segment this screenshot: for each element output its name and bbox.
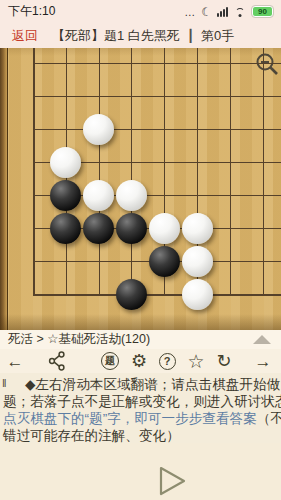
breadcrumb[interactable]: 死活 > ☆基础死活劫(120)	[8, 331, 150, 348]
white-stone	[182, 246, 213, 277]
grid-line-vertical	[33, 48, 35, 296]
instruction-text: （不会	[257, 411, 281, 426]
scroll-indicator: ‖	[2, 377, 7, 389]
white-stone	[83, 114, 114, 145]
white-stone	[116, 180, 147, 211]
settings-gear-icon[interactable]: ⚙	[126, 349, 152, 373]
instruction-line: 题；若落子点不是正解或变化，则进入研讨状态。	[3, 393, 281, 410]
white-stone	[182, 213, 213, 244]
notification-dots-icon: …	[184, 7, 196, 17]
board-left-edge	[0, 48, 8, 330]
grid-line-horizontal	[33, 96, 281, 97]
grid-line-horizontal	[33, 63, 281, 64]
back-button[interactable]: 返回	[12, 27, 38, 45]
bottom-control-bar	[0, 443, 281, 500]
battery-icon: 90	[252, 6, 273, 17]
grid-line-vertical	[131, 48, 132, 296]
black-stone	[149, 246, 180, 277]
collapse-up-icon[interactable]	[253, 335, 271, 344]
instruction-text: 题；若落子点不是正解或变化，则进入研讨状态。	[3, 394, 281, 409]
instruction-text: 错过可能存在的注解、变化）	[3, 428, 180, 443]
problem-title: 【死部】题1 白先黑死	[52, 27, 180, 45]
clock-text: 下午1:10	[8, 3, 55, 20]
instruction-line: 点灭棋盘下的“题”字，即可一步步查看答案（不会	[3, 410, 281, 427]
grid-line-horizontal	[33, 129, 281, 130]
instruction-text: ◆左右滑动本区域翻谱；请点击棋盘开始做	[25, 377, 280, 392]
next-move-button[interactable]: →	[250, 349, 276, 373]
white-stone	[149, 213, 180, 244]
grid-line-vertical	[263, 48, 264, 296]
instruction-link-text: 点灭棋盘下的“题”字，即可一步步查看答案	[3, 411, 257, 426]
black-stone	[116, 213, 147, 244]
white-stone	[83, 180, 114, 211]
cell-signal-icon	[217, 7, 228, 17]
instruction-line: 错过可能存在的注解、变化）	[3, 427, 281, 444]
go-board[interactable]	[0, 48, 281, 330]
share-icon[interactable]	[44, 349, 70, 373]
help-icon[interactable]: ?	[154, 349, 180, 373]
reset-refresh-icon[interactable]: ↻	[211, 349, 237, 373]
wifi-icon	[233, 6, 247, 17]
black-stone	[83, 213, 114, 244]
favorite-star-icon[interactable]: ☆	[183, 349, 209, 373]
prev-move-button[interactable]: ←	[2, 349, 28, 373]
white-stone	[50, 147, 81, 178]
board-bottom-shade	[0, 314, 281, 330]
problem-badge-button[interactable]: 题	[97, 349, 123, 373]
grid-line-horizontal	[33, 294, 281, 296]
title-bar: 返回 【死部】题1 白先黑死 ┃ 第0手	[0, 23, 281, 48]
black-stone	[50, 180, 81, 211]
black-stone	[116, 279, 147, 310]
header: 下午1:10 … ☾ 90 返回 【死部】题1 白先黑死 ┃ 第0手	[0, 0, 281, 48]
grid-line-vertical	[99, 48, 100, 296]
move-counter: 第0手	[201, 27, 234, 45]
breadcrumb-bar: 死活 > ☆基础死活劫(120)	[0, 330, 281, 349]
status-bar: 下午1:10 … ☾ 90	[0, 0, 281, 23]
title-separator: ┃	[187, 29, 194, 43]
instruction-line: ◆左右滑动本区域翻谱；请点击棋盘开始做	[3, 376, 281, 393]
black-stone	[50, 213, 81, 244]
toolbar: ← 题 ⚙ ? ☆ ↻ →	[0, 349, 281, 373]
grid-line-vertical	[230, 48, 231, 296]
dnd-moon-icon: ☾	[201, 5, 212, 19]
play-button[interactable]	[157, 464, 189, 498]
white-stone	[182, 279, 213, 310]
zoom-out-icon[interactable]	[254, 51, 280, 77]
instructions-panel[interactable]: ‖ ◆左右滑动本区域翻谱；请点击棋盘开始做题；若落子点不是正解或变化，则进入研讨…	[0, 373, 281, 443]
